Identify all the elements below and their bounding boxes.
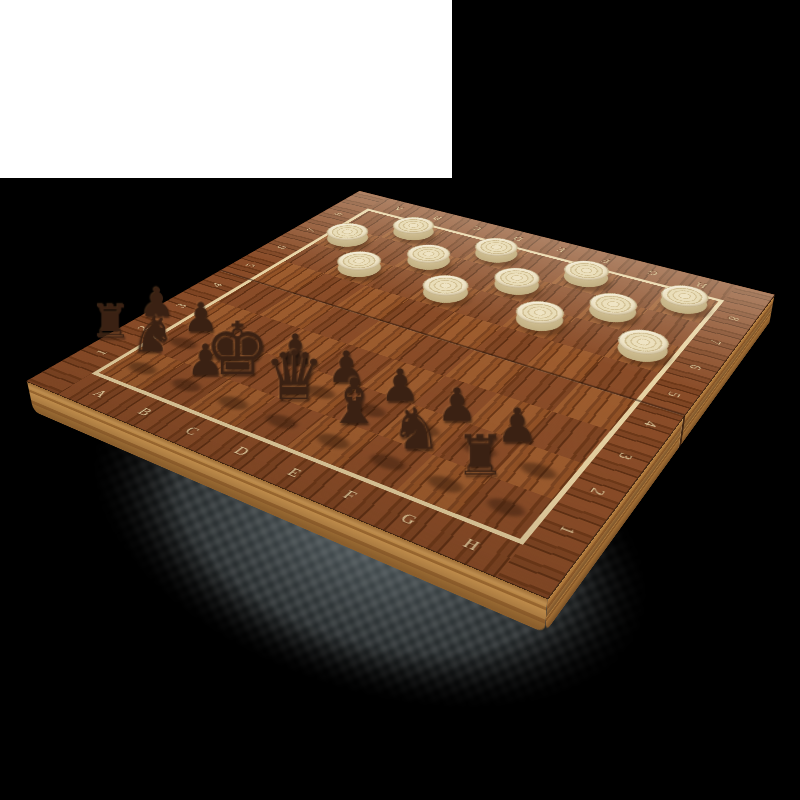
queen-icon: ♛ <box>264 343 325 408</box>
pawn-icon: ♟ <box>436 383 477 427</box>
piece-shadow <box>213 393 253 412</box>
rook-icon: ♜ <box>455 430 505 482</box>
product-photo-stage: AABBCCDDEEFFGGHH1122334455667788 ♜♞♟♚♛♝♞… <box>0 0 800 800</box>
knight-icon: ♞ <box>390 403 442 458</box>
rook-icon: ♜ <box>91 301 132 344</box>
bishop-icon: ♝ <box>326 373 382 432</box>
piece-shadow <box>483 495 529 520</box>
board-scene: AABBCCDDEEFFGGHH1122334455667788 ♜♞♟♚♛♝♞… <box>156 65 696 605</box>
piece-shadow <box>516 459 560 482</box>
knight-icon: ♞ <box>131 311 176 359</box>
king-icon: ♚ <box>204 315 270 385</box>
